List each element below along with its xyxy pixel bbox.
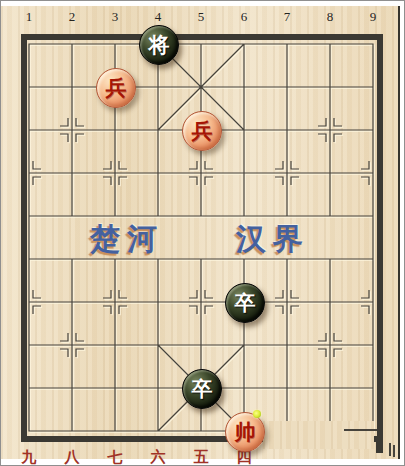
column-label-top-4: 4 — [155, 10, 162, 23]
black-soldier-piece[interactable]: 卒 — [182, 369, 222, 409]
piece-glyph: 兵 — [192, 112, 213, 150]
red-general-piece[interactable]: 帅 — [225, 412, 265, 452]
red-soldier-piece[interactable]: 兵 — [182, 111, 222, 151]
river-label-left: 楚河 — [67, 219, 187, 260]
glitch-line-segment — [344, 429, 377, 431]
piece-glyph: 兵 — [106, 69, 127, 107]
column-label-top-5: 5 — [198, 10, 205, 23]
black-soldier-piece[interactable]: 卒 — [225, 283, 265, 323]
red-soldier-piece[interactable]: 兵 — [96, 68, 136, 108]
column-label-top-6: 6 — [241, 10, 248, 23]
bottom-right-redraw-patch — [263, 421, 374, 449]
right-frame-extension — [376, 441, 383, 453]
glitch-tick-1 — [389, 443, 391, 456]
river-label-right: 汉界 — [213, 219, 333, 260]
glitch-tick-2 — [393, 445, 395, 457]
black-general-piece[interactable]: 将 — [139, 25, 179, 65]
column-label-top-8: 8 — [327, 10, 334, 23]
move-highlight-sparkle-icon — [253, 410, 261, 418]
column-label-top-9: 9 — [370, 10, 377, 23]
xiangqi-app-window: 楚河 汉界 123456789 九八七六五四 将兵兵卒卒帅 — [0, 0, 405, 466]
piece-glyph: 将 — [149, 26, 170, 64]
column-label-top-1: 1 — [26, 10, 33, 23]
column-label-top-3: 3 — [112, 10, 119, 23]
column-label-bottom-2: 八 — [65, 449, 80, 465]
column-label-bottom-3: 七 — [108, 449, 123, 465]
piece-glyph: 卒 — [235, 284, 256, 322]
column-label-top-7: 7 — [284, 10, 291, 23]
column-label-bottom-4: 六 — [151, 449, 166, 465]
piece-glyph: 帅 — [235, 413, 256, 451]
column-label-top-2: 2 — [69, 10, 76, 23]
column-label-bottom-1: 九 — [22, 449, 37, 465]
column-label-bottom-5: 五 — [194, 449, 209, 465]
piece-glyph: 卒 — [192, 370, 213, 408]
